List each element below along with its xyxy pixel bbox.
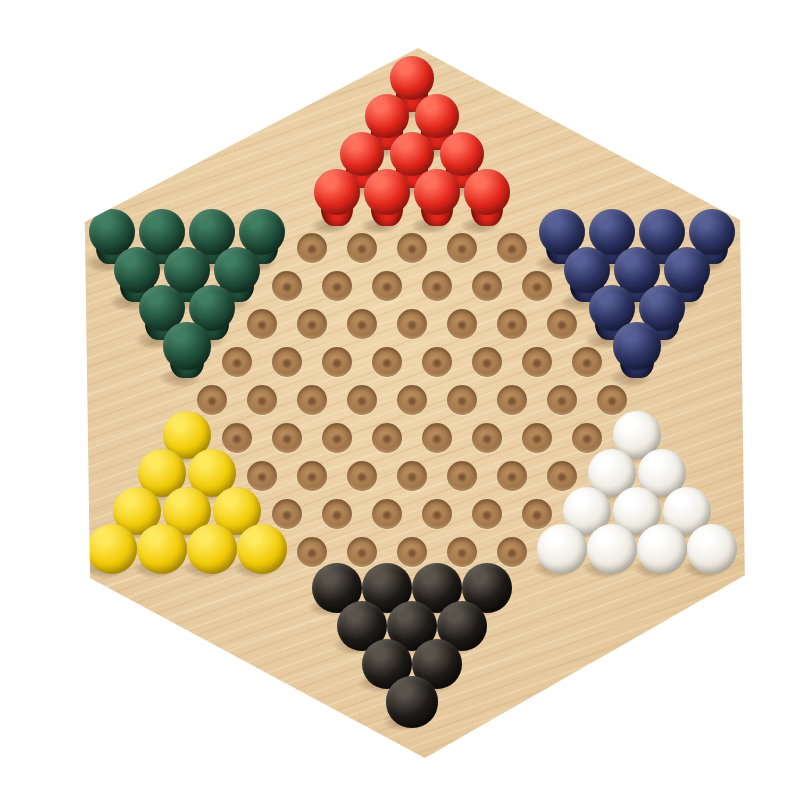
peg-yellow[interactable] <box>187 524 236 564</box>
hole[interactable] <box>422 347 452 377</box>
hole[interactable] <box>497 385 527 415</box>
hole[interactable] <box>372 423 402 453</box>
peg-red[interactable] <box>364 169 409 226</box>
peg-red[interactable] <box>314 169 359 226</box>
hole[interactable] <box>247 309 277 339</box>
peg-white[interactable] <box>687 524 736 564</box>
hole[interactable] <box>422 423 452 453</box>
peg-head <box>187 524 236 573</box>
peg-head <box>386 676 437 727</box>
hole[interactable] <box>472 499 502 529</box>
peg-head <box>613 322 660 369</box>
peg-head <box>87 524 136 573</box>
peg-navy-blue[interactable] <box>613 322 660 378</box>
hole[interactable] <box>372 499 402 529</box>
hole[interactable] <box>472 271 502 301</box>
hole[interactable] <box>547 385 577 415</box>
hole[interactable] <box>472 347 502 377</box>
peg-head <box>587 524 636 573</box>
hole[interactable] <box>272 347 302 377</box>
hole[interactable] <box>497 461 527 491</box>
peg-yellow[interactable] <box>213 487 262 526</box>
peg-black[interactable] <box>362 639 413 678</box>
peg-yellow[interactable] <box>163 411 211 450</box>
peg-white[interactable] <box>613 411 661 450</box>
hole[interactable] <box>422 499 452 529</box>
peg-white[interactable] <box>637 524 686 564</box>
peg-black[interactable] <box>362 563 412 602</box>
peg-yellow[interactable] <box>137 524 186 564</box>
hole[interactable] <box>472 423 502 453</box>
peg-red[interactable] <box>414 169 459 226</box>
peg-head <box>414 169 459 214</box>
peg-yellow[interactable] <box>237 524 286 564</box>
peg-white[interactable] <box>587 524 636 564</box>
hole[interactable] <box>272 423 302 453</box>
hole[interactable] <box>322 347 352 377</box>
hole[interactable] <box>447 309 477 339</box>
hole[interactable] <box>347 309 377 339</box>
peg-black[interactable] <box>387 601 437 640</box>
peg-black[interactable] <box>412 563 462 602</box>
chinese-checkers-board <box>0 0 800 800</box>
peg-head <box>137 524 186 573</box>
peg-yellow[interactable] <box>163 487 212 526</box>
peg-yellow[interactable] <box>113 487 162 526</box>
hole[interactable] <box>347 385 377 415</box>
hole[interactable] <box>372 271 402 301</box>
hole[interactable] <box>397 385 427 415</box>
peg-head <box>163 322 210 369</box>
peg-black[interactable] <box>312 563 362 602</box>
hole[interactable] <box>222 347 252 377</box>
peg-white[interactable] <box>638 449 687 488</box>
hole[interactable] <box>297 385 327 415</box>
peg-black[interactable] <box>337 601 387 640</box>
peg-black[interactable] <box>412 639 463 678</box>
hole[interactable] <box>297 461 327 491</box>
peg-head <box>687 524 736 573</box>
hole[interactable] <box>247 385 277 415</box>
hole[interactable] <box>322 271 352 301</box>
hole[interactable] <box>297 309 327 339</box>
hole[interactable] <box>372 347 402 377</box>
hole[interactable] <box>397 309 427 339</box>
hole[interactable] <box>322 499 352 529</box>
hole[interactable] <box>522 347 552 377</box>
hole[interactable] <box>347 461 377 491</box>
peg-white[interactable] <box>563 487 612 526</box>
peg-white[interactable] <box>613 487 662 526</box>
hole[interactable] <box>272 271 302 301</box>
hole[interactable] <box>397 461 427 491</box>
hole[interactable] <box>522 423 552 453</box>
hole[interactable] <box>447 461 477 491</box>
peg-yellow[interactable] <box>188 449 237 488</box>
peg-head <box>464 169 509 214</box>
peg-head <box>237 524 286 573</box>
peg-green[interactable] <box>163 322 210 378</box>
peg-head <box>637 524 686 573</box>
peg-yellow[interactable] <box>87 524 136 564</box>
peg-white[interactable] <box>588 449 637 488</box>
peg-yellow[interactable] <box>138 449 187 488</box>
peg-black[interactable] <box>462 563 512 602</box>
peg-black[interactable] <box>437 601 487 640</box>
peg-white[interactable] <box>537 524 586 564</box>
peg-head <box>537 524 586 573</box>
hole[interactable] <box>422 271 452 301</box>
peg-head <box>314 169 359 214</box>
product-photo <box>0 0 800 800</box>
hole[interactable] <box>447 385 477 415</box>
peg-head <box>364 169 409 214</box>
hole[interactable] <box>497 309 527 339</box>
hole[interactable] <box>322 423 352 453</box>
hole[interactable] <box>497 233 527 263</box>
peg-black[interactable] <box>386 676 437 716</box>
peg-white[interactable] <box>663 487 712 526</box>
peg-red[interactable] <box>464 169 509 226</box>
